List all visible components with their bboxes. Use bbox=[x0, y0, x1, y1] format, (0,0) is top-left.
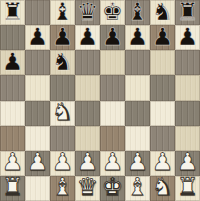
white-rook-a1[interactable]: ♜ bbox=[2, 175, 24, 199]
square-f6[interactable] bbox=[125, 50, 150, 75]
white-knight-c4[interactable]: ♞ bbox=[52, 100, 74, 124]
square-h2[interactable]: ♟ bbox=[175, 151, 200, 176]
square-h4[interactable] bbox=[175, 101, 200, 126]
square-c1[interactable]: ♝ bbox=[50, 176, 75, 201]
square-h6[interactable] bbox=[175, 50, 200, 75]
square-a1[interactable]: ♜ bbox=[0, 176, 25, 201]
square-b6[interactable] bbox=[25, 50, 50, 75]
black-pawn-e7[interactable]: ♟ bbox=[102, 25, 124, 49]
square-e7[interactable]: ♟ bbox=[100, 25, 125, 50]
square-a5[interactable] bbox=[0, 75, 25, 100]
square-f1[interactable]: ♝ bbox=[125, 176, 150, 201]
square-a8[interactable]: ♜ bbox=[0, 0, 25, 25]
white-pawn-c2[interactable]: ♟ bbox=[52, 150, 74, 174]
square-f4[interactable] bbox=[125, 101, 150, 126]
square-f8[interactable]: ♝ bbox=[125, 0, 150, 25]
square-h5[interactable] bbox=[175, 75, 200, 100]
black-bishop-f8[interactable]: ♝ bbox=[127, 0, 149, 24]
white-knight-g1[interactable]: ♞ bbox=[152, 175, 174, 199]
white-pawn-f2[interactable]: ♟ bbox=[127, 150, 149, 174]
square-c8[interactable]: ♝ bbox=[50, 0, 75, 25]
white-pawn-b2[interactable]: ♟ bbox=[27, 150, 49, 174]
white-rook-h1[interactable]: ♜ bbox=[177, 175, 199, 199]
square-d5[interactable] bbox=[75, 75, 100, 100]
square-e3[interactable] bbox=[100, 126, 125, 151]
square-a2[interactable]: ♟ bbox=[0, 151, 25, 176]
square-c5[interactable] bbox=[50, 75, 75, 100]
square-g7[interactable]: ♟ bbox=[150, 25, 175, 50]
square-h3[interactable] bbox=[175, 126, 200, 151]
square-c3[interactable] bbox=[50, 126, 75, 151]
square-d1[interactable]: ♛ bbox=[75, 176, 100, 201]
chess-app: ♜♝♛♚♝♞♜♟♟♟♟♟♟♟♟♞♞♟♟♟♟♟♟♟♟♜♝♛♚♝♞♜ bbox=[0, 0, 200, 201]
square-b5[interactable] bbox=[25, 75, 50, 100]
square-c2[interactable]: ♟ bbox=[50, 151, 75, 176]
square-b1[interactable] bbox=[25, 176, 50, 201]
square-b2[interactable]: ♟ bbox=[25, 151, 50, 176]
black-pawn-d7[interactable]: ♟ bbox=[77, 25, 99, 49]
square-g1[interactable]: ♞ bbox=[150, 176, 175, 201]
black-pawn-h7[interactable]: ♟ bbox=[177, 25, 199, 49]
square-d7[interactable]: ♟ bbox=[75, 25, 100, 50]
square-a3[interactable] bbox=[0, 126, 25, 151]
square-e4[interactable] bbox=[100, 101, 125, 126]
white-king-e1[interactable]: ♚ bbox=[102, 175, 124, 199]
white-pawn-d2[interactable]: ♟ bbox=[77, 150, 99, 174]
square-b8[interactable] bbox=[25, 0, 50, 25]
black-knight-c6[interactable]: ♞ bbox=[52, 50, 74, 74]
square-b3[interactable] bbox=[25, 126, 50, 151]
square-c4[interactable]: ♞ bbox=[50, 101, 75, 126]
square-e6[interactable] bbox=[100, 50, 125, 75]
black-queen-d8[interactable]: ♛ bbox=[77, 0, 99, 24]
white-bishop-f1[interactable]: ♝ bbox=[127, 175, 149, 199]
black-pawn-c7[interactable]: ♟ bbox=[52, 25, 74, 49]
black-bishop-c8[interactable]: ♝ bbox=[52, 0, 74, 24]
black-rook-h8[interactable]: ♜ bbox=[177, 0, 199, 24]
square-b4[interactable] bbox=[25, 101, 50, 126]
black-pawn-a6[interactable]: ♟ bbox=[2, 50, 24, 74]
square-g8[interactable]: ♞ bbox=[150, 0, 175, 25]
square-e8[interactable]: ♚ bbox=[100, 0, 125, 25]
square-c6[interactable]: ♞ bbox=[50, 50, 75, 75]
chess-board: ♜♝♛♚♝♞♜♟♟♟♟♟♟♟♟♞♞♟♟♟♟♟♟♟♟♜♝♛♚♝♞♜ bbox=[0, 0, 200, 201]
square-g2[interactable]: ♟ bbox=[150, 151, 175, 176]
white-pawn-g2[interactable]: ♟ bbox=[152, 150, 174, 174]
square-g5[interactable] bbox=[150, 75, 175, 100]
square-f7[interactable]: ♟ bbox=[125, 25, 150, 50]
black-king-e8[interactable]: ♚ bbox=[102, 0, 124, 24]
square-d8[interactable]: ♛ bbox=[75, 0, 100, 25]
square-a6[interactable]: ♟ bbox=[0, 50, 25, 75]
square-d2[interactable]: ♟ bbox=[75, 151, 100, 176]
black-pawn-f7[interactable]: ♟ bbox=[127, 25, 149, 49]
black-rook-a8[interactable]: ♜ bbox=[2, 0, 24, 24]
square-e1[interactable]: ♚ bbox=[100, 176, 125, 201]
square-g6[interactable] bbox=[150, 50, 175, 75]
square-d6[interactable] bbox=[75, 50, 100, 75]
white-pawn-a2[interactable]: ♟ bbox=[2, 150, 24, 174]
black-knight-g8[interactable]: ♞ bbox=[152, 0, 174, 24]
square-g3[interactable] bbox=[150, 126, 175, 151]
square-f3[interactable] bbox=[125, 126, 150, 151]
square-c7[interactable]: ♟ bbox=[50, 25, 75, 50]
white-pawn-e2[interactable]: ♟ bbox=[102, 150, 124, 174]
square-e2[interactable]: ♟ bbox=[100, 151, 125, 176]
black-pawn-b7[interactable]: ♟ bbox=[27, 25, 49, 49]
white-bishop-c1[interactable]: ♝ bbox=[52, 175, 74, 199]
square-d4[interactable] bbox=[75, 101, 100, 126]
white-queen-d1[interactable]: ♛ bbox=[77, 175, 99, 199]
square-f5[interactable] bbox=[125, 75, 150, 100]
white-pawn-h2[interactable]: ♟ bbox=[177, 150, 199, 174]
square-h1[interactable]: ♜ bbox=[175, 176, 200, 201]
square-a7[interactable] bbox=[0, 25, 25, 50]
square-h7[interactable]: ♟ bbox=[175, 25, 200, 50]
square-d3[interactable] bbox=[75, 126, 100, 151]
square-a4[interactable] bbox=[0, 101, 25, 126]
square-e5[interactable] bbox=[100, 75, 125, 100]
square-f2[interactable]: ♟ bbox=[125, 151, 150, 176]
square-g4[interactable] bbox=[150, 101, 175, 126]
black-pawn-g7[interactable]: ♟ bbox=[152, 25, 174, 49]
square-h8[interactable]: ♜ bbox=[175, 0, 200, 25]
square-b7[interactable]: ♟ bbox=[25, 25, 50, 50]
